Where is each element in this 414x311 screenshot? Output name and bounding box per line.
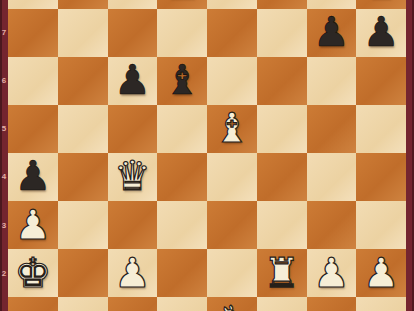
white-knight-e1: ♞: [213, 301, 250, 311]
rank-label-7: 7: [0, 9, 8, 57]
square-f5[interactable]: [257, 105, 307, 153]
white-rook-f2: ♜: [263, 253, 300, 294]
square-a8[interactable]: [8, 0, 58, 9]
square-f2[interactable]: ♜: [257, 249, 307, 297]
square-d6[interactable]: ♝: [157, 57, 207, 105]
rank-label-5: 5: [0, 105, 8, 153]
rank-labels: 87654321: [0, 0, 8, 311]
square-h4[interactable]: [356, 153, 406, 201]
square-e1[interactable]: ♞: [207, 297, 257, 311]
square-a4[interactable]: ♟: [8, 153, 58, 201]
square-b2[interactable]: [58, 249, 108, 297]
square-d8[interactable]: ♜: [157, 0, 207, 9]
square-g3[interactable]: [307, 201, 357, 249]
square-h2[interactable]: ♟: [356, 249, 406, 297]
square-d1[interactable]: [157, 297, 207, 311]
square-h6[interactable]: [356, 57, 406, 105]
square-e3[interactable]: [207, 201, 257, 249]
black-king-h8: ♚: [363, 0, 400, 5]
square-c6[interactable]: ♟: [108, 57, 158, 105]
square-c5[interactable]: [108, 105, 158, 153]
white-bishop-e5: ♝: [213, 108, 250, 149]
black-bishop-d6: ♝: [164, 60, 201, 101]
square-b4[interactable]: [58, 153, 108, 201]
square-a1[interactable]: [8, 297, 58, 311]
square-f6[interactable]: [257, 57, 307, 105]
square-d7[interactable]: [157, 9, 207, 57]
square-c4[interactable]: ♛: [108, 153, 158, 201]
square-g4[interactable]: [307, 153, 357, 201]
square-a7[interactable]: [8, 9, 58, 57]
rank-label-8: 8: [0, 0, 8, 9]
square-e7[interactable]: [207, 9, 257, 57]
black-pawn-c6: ♟: [114, 60, 151, 101]
board: ♜♚♟♟♟♝♝♟♛♟♚♟♜♟♟♞: [8, 0, 406, 311]
square-f8[interactable]: [257, 0, 307, 9]
square-a2[interactable]: ♚: [8, 249, 58, 297]
square-d3[interactable]: [157, 201, 207, 249]
square-b8[interactable]: [58, 0, 108, 9]
square-d5[interactable]: [157, 105, 207, 153]
square-b7[interactable]: [58, 9, 108, 57]
black-pawn-h7: ♟: [363, 12, 400, 53]
rank-label-6: 6: [0, 57, 8, 105]
rank-label-4: 4: [0, 153, 8, 201]
white-pawn-a3: ♟: [14, 205, 51, 246]
white-pawn-h2: ♟: [363, 253, 400, 294]
square-e4[interactable]: [207, 153, 257, 201]
square-c8[interactable]: [108, 0, 158, 9]
square-b5[interactable]: [58, 105, 108, 153]
square-f1[interactable]: [257, 297, 307, 311]
square-g1[interactable]: [307, 297, 357, 311]
square-g7[interactable]: ♟: [307, 9, 357, 57]
square-c3[interactable]: [108, 201, 158, 249]
white-pawn-g2: ♟: [313, 253, 350, 294]
square-f4[interactable]: [257, 153, 307, 201]
square-e8[interactable]: [207, 0, 257, 9]
square-e2[interactable]: [207, 249, 257, 297]
black-pawn-g7: ♟: [313, 12, 350, 53]
square-e5[interactable]: ♝: [207, 105, 257, 153]
square-c7[interactable]: [108, 9, 158, 57]
square-b1[interactable]: [58, 297, 108, 311]
square-d2[interactable]: [157, 249, 207, 297]
black-pawn-a4: ♟: [14, 156, 51, 197]
rank-label-3: 3: [0, 201, 8, 249]
square-c2[interactable]: ♟: [108, 249, 158, 297]
square-g5[interactable]: [307, 105, 357, 153]
white-king-a2: ♚: [14, 253, 51, 294]
square-e6[interactable]: [207, 57, 257, 105]
black-rook-d8: ♜: [164, 0, 201, 5]
square-g2[interactable]: ♟: [307, 249, 357, 297]
square-a6[interactable]: [8, 57, 58, 105]
square-c1[interactable]: [108, 297, 158, 311]
square-h1[interactable]: [356, 297, 406, 311]
rank-label-2: 2: [0, 249, 8, 297]
square-h5[interactable]: [356, 105, 406, 153]
square-h3[interactable]: [356, 201, 406, 249]
chess-diagram: ♜♚♟♟♟♝♝♟♛♟♚♟♜♟♟♞ 87654321: [0, 0, 414, 311]
square-d4[interactable]: [157, 153, 207, 201]
square-f3[interactable]: [257, 201, 307, 249]
square-a3[interactable]: ♟: [8, 201, 58, 249]
square-b6[interactable]: [58, 57, 108, 105]
square-a5[interactable]: [8, 105, 58, 153]
white-queen-c4: ♛: [114, 156, 151, 197]
square-b3[interactable]: [58, 201, 108, 249]
square-f7[interactable]: [257, 9, 307, 57]
square-g6[interactable]: [307, 57, 357, 105]
rank-label-1: 1: [0, 297, 8, 311]
white-pawn-c2: ♟: [114, 253, 151, 294]
square-h7[interactable]: ♟: [356, 9, 406, 57]
